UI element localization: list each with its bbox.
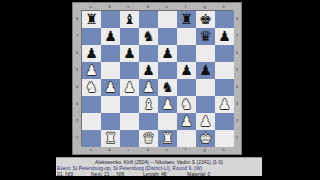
square-a2[interactable] xyxy=(82,113,101,130)
square-b7[interactable]: ♟ xyxy=(101,28,120,45)
square-g5[interactable]: ♟ xyxy=(196,62,215,79)
coord-label-8: 8 xyxy=(73,17,81,21)
piece-white-pawn-d4: ♟ xyxy=(142,79,155,96)
square-f3[interactable]: ♞ xyxy=(177,96,196,113)
square-d2[interactable] xyxy=(139,113,158,130)
coord-label-1: 1 xyxy=(233,136,241,140)
square-g7[interactable]: ♛ xyxy=(196,28,215,45)
board-frame: abcdefgh 87654321 ♜♝♜♚♟♞♛♟♟♟♟♟♟♟♟♞♟♟♟♞♝♟… xyxy=(72,2,242,155)
piece-white-bishop-d3: ♝ xyxy=(142,96,155,113)
square-b2[interactable] xyxy=(101,113,120,130)
square-c3[interactable] xyxy=(120,96,139,113)
piece-black-rook-a8: ♜ xyxy=(85,11,98,28)
square-f4[interactable] xyxy=(177,79,196,96)
frame-corner xyxy=(73,146,81,153)
square-c6[interactable]: ♟ xyxy=(120,45,139,62)
square-c4[interactable]: ♟ xyxy=(120,79,139,96)
coord-label-5: 5 xyxy=(73,68,81,72)
piece-white-king-g1: ♚ xyxy=(199,130,212,147)
piece-black-knight-d7: ♞ xyxy=(142,28,155,45)
next-move-label: Next: 21 ... Nf6 xyxy=(91,171,143,177)
piece-black-king-g8: ♚ xyxy=(199,11,212,28)
piece-black-pawn-c6: ♟ xyxy=(123,45,136,62)
frame-corner xyxy=(233,3,241,10)
square-h2[interactable] xyxy=(215,113,234,130)
coord-label-6: 6 xyxy=(233,51,241,55)
coord-label-1: 1 xyxy=(73,136,81,140)
coord-label-b: b xyxy=(100,148,119,152)
square-a5[interactable]: ♟ xyxy=(82,62,101,79)
square-d1[interactable]: ♛ xyxy=(139,130,158,147)
coord-label-a: a xyxy=(81,5,100,9)
coord-label-8: 8 xyxy=(233,17,241,21)
square-b3[interactable] xyxy=(101,96,120,113)
move-status-line: 21. Nf3 Next: 21 ... Nf6 Length: 48 Mate… xyxy=(56,171,262,177)
coord-label-c: c xyxy=(119,5,138,9)
material-balance-label: Material: 0 xyxy=(187,171,210,177)
square-h8[interactable] xyxy=(215,11,234,28)
piece-white-pawn-a5: ♟ xyxy=(85,62,98,79)
coord-label-f: f xyxy=(176,148,195,152)
square-e7[interactable] xyxy=(158,28,177,45)
square-d6[interactable] xyxy=(139,45,158,62)
coord-label-g: g xyxy=(195,148,214,152)
coord-label-7: 7 xyxy=(233,34,241,38)
piece-black-pawn-h7: ♟ xyxy=(218,28,231,45)
coord-label-5: 5 xyxy=(233,68,241,72)
square-g1[interactable]: ♚ xyxy=(196,130,215,147)
coord-label-4: 4 xyxy=(233,85,241,89)
game-length-label: Length: 48 xyxy=(143,171,187,177)
square-d4[interactable]: ♟ xyxy=(139,79,158,96)
chess-board[interactable]: ♜♝♜♚♟♞♛♟♟♟♟♟♟♟♟♞♟♟♟♞♝♟♞♟♟♟♜♛♜♚ xyxy=(81,10,233,146)
square-f5[interactable]: ♟ xyxy=(177,62,196,79)
square-g6[interactable] xyxy=(196,45,215,62)
square-b8[interactable] xyxy=(101,11,120,28)
piece-white-pawn-g2: ♟ xyxy=(199,113,212,130)
coord-label-d: d xyxy=(138,148,157,152)
coord-label-c: c xyxy=(119,148,138,152)
square-d8[interactable] xyxy=(139,11,158,28)
current-move-label: 21. Nf3 xyxy=(57,171,91,177)
piece-black-rook-f8: ♜ xyxy=(180,11,193,28)
square-h7[interactable]: ♟ xyxy=(215,28,234,45)
square-d5[interactable]: ♟ xyxy=(139,62,158,79)
coord-label-2: 2 xyxy=(73,119,81,123)
piece-white-knight-a4: ♞ xyxy=(85,79,98,96)
piece-white-pawn-f2: ♟ xyxy=(180,113,193,130)
coord-label-4: 4 xyxy=(73,85,81,89)
square-e5[interactable] xyxy=(158,62,177,79)
square-c7[interactable] xyxy=(120,28,139,45)
square-h3[interactable]: ♟ xyxy=(215,96,234,113)
coord-label-2: 2 xyxy=(233,119,241,123)
coord-label-g: g xyxy=(195,5,214,9)
square-e6[interactable]: ♟ xyxy=(158,45,177,62)
piece-white-knight-f3: ♞ xyxy=(180,96,193,113)
square-h4[interactable] xyxy=(215,79,234,96)
piece-black-pawn-a6: ♟ xyxy=(85,45,98,62)
coord-label-b: b xyxy=(100,5,119,9)
game-info-panel: Alekseenko, Kirill (2504) -- Nikolaev, V… xyxy=(56,157,262,176)
square-c8[interactable]: ♝ xyxy=(120,11,139,28)
coord-label-a: a xyxy=(81,148,100,152)
square-b5[interactable] xyxy=(101,62,120,79)
square-f1[interactable] xyxy=(177,130,196,147)
square-g8[interactable]: ♚ xyxy=(196,11,215,28)
coord-label-3: 3 xyxy=(73,102,81,106)
square-e2[interactable] xyxy=(158,113,177,130)
square-e1[interactable]: ♜ xyxy=(158,130,177,147)
rank-labels-left: 87654321 xyxy=(73,10,81,146)
square-d3[interactable]: ♝ xyxy=(139,96,158,113)
square-a7[interactable] xyxy=(82,28,101,45)
square-g2[interactable]: ♟ xyxy=(196,113,215,130)
file-labels-bottom: abcdefgh xyxy=(81,146,233,154)
file-labels-top: abcdefgh xyxy=(81,3,233,10)
square-a3[interactable] xyxy=(82,96,101,113)
square-g4[interactable] xyxy=(196,79,215,96)
square-g3[interactable] xyxy=(196,96,215,113)
piece-black-pawn-b7: ♟ xyxy=(104,28,117,45)
piece-black-pawn-e6: ♟ xyxy=(161,45,174,62)
coord-label-d: d xyxy=(138,5,157,9)
square-h6[interactable] xyxy=(215,45,234,62)
square-a1[interactable] xyxy=(82,130,101,147)
square-d7[interactable]: ♞ xyxy=(139,28,158,45)
piece-white-pawn-e3: ♟ xyxy=(161,96,174,113)
square-f8[interactable]: ♜ xyxy=(177,11,196,28)
square-h1[interactable] xyxy=(215,130,234,147)
coord-label-h: h xyxy=(214,5,233,9)
square-a4[interactable]: ♞ xyxy=(82,79,101,96)
square-f7[interactable] xyxy=(177,28,196,45)
square-b1[interactable]: ♜ xyxy=(101,130,120,147)
square-a8[interactable]: ♜ xyxy=(82,11,101,28)
frame-corner xyxy=(233,146,241,153)
square-e3[interactable]: ♟ xyxy=(158,96,177,113)
square-b4[interactable]: ♟ xyxy=(101,79,120,96)
piece-white-rook-b1: ♜ xyxy=(104,130,117,147)
piece-white-pawn-h3: ♟ xyxy=(218,96,231,113)
coord-label-h: h xyxy=(214,148,233,152)
coord-label-3: 3 xyxy=(233,102,241,106)
piece-white-pawn-b4: ♟ xyxy=(104,79,117,96)
piece-black-bishop-c8: ♝ xyxy=(123,11,136,28)
frame-corner xyxy=(73,3,81,10)
coord-label-6: 6 xyxy=(73,51,81,55)
piece-white-queen-d1: ♛ xyxy=(142,130,155,147)
square-f2[interactable]: ♟ xyxy=(177,113,196,130)
app-window: abcdefgh 87654321 ♜♝♜♚♟♞♛♟♟♟♟♟♟♟♟♞♟♟♟♞♝♟… xyxy=(0,0,320,180)
piece-black-knight-e4: ♞ xyxy=(161,79,174,96)
piece-white-rook-e1: ♜ xyxy=(161,130,174,147)
square-a6[interactable]: ♟ xyxy=(82,45,101,62)
square-c5[interactable] xyxy=(120,62,139,79)
square-f6[interactable] xyxy=(177,45,196,62)
square-e8[interactable] xyxy=(158,11,177,28)
piece-black-pawn-f5: ♟ xyxy=(180,62,193,79)
square-c1[interactable] xyxy=(120,130,139,147)
coord-label-e: e xyxy=(157,5,176,9)
square-b6[interactable] xyxy=(101,45,120,62)
rank-labels-right: 87654321 xyxy=(233,10,241,146)
piece-black-pawn-d5: ♟ xyxy=(142,62,155,79)
coord-label-7: 7 xyxy=(73,34,81,38)
piece-white-pawn-c4: ♟ xyxy=(123,79,136,96)
coord-label-f: f xyxy=(176,5,195,9)
square-e4[interactable]: ♞ xyxy=(158,79,177,96)
coord-label-e: e xyxy=(157,148,176,152)
piece-black-pawn-g5: ♟ xyxy=(199,62,212,79)
square-h5[interactable] xyxy=(215,62,234,79)
square-c2[interactable] xyxy=(120,113,139,130)
piece-black-queen-g7: ♛ xyxy=(199,28,212,45)
